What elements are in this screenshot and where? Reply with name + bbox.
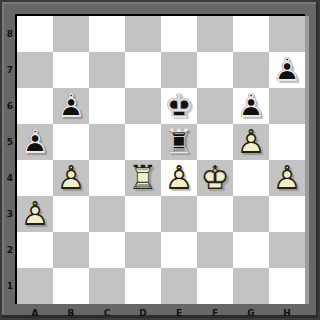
square-a5[interactable]: ♟♙: [17, 124, 53, 160]
square-d8[interactable]: [125, 16, 161, 52]
square-c4[interactable]: [89, 160, 125, 196]
square-f3[interactable]: [197, 196, 233, 232]
piece-white-pawn[interactable]: ♟♙: [17, 196, 53, 232]
square-d1[interactable]: [125, 268, 161, 304]
square-g7[interactable]: [233, 52, 269, 88]
black-pawn-glyph-outline: ♙: [233, 88, 269, 124]
piece-black-rook[interactable]: ♜♖: [161, 124, 197, 160]
square-b2[interactable]: [53, 232, 89, 268]
square-g8[interactable]: [233, 16, 269, 52]
white-pawn-glyph-outline: ♙: [17, 196, 53, 232]
square-f5[interactable]: [197, 124, 233, 160]
rank-label-4: 4: [4, 160, 16, 196]
square-d6[interactable]: [125, 88, 161, 124]
board: ♟♙♟♙♚♔♟♙♟♙♜♖♟♙♟♙♜♖♟♙♚♔♟♙♟♙: [17, 16, 305, 304]
file-label-C: C: [89, 304, 125, 320]
square-h5[interactable]: [269, 124, 305, 160]
square-f4[interactable]: ♚♔: [197, 160, 233, 196]
square-g6[interactable]: ♟♙: [233, 88, 269, 124]
white-pawn-glyph-fill: ♟: [269, 160, 305, 196]
square-d3[interactable]: [125, 196, 161, 232]
file-label-B: B: [53, 304, 89, 320]
black-rook-glyph-fill: ♜: [161, 124, 197, 160]
square-h2[interactable]: [269, 232, 305, 268]
square-a6[interactable]: [17, 88, 53, 124]
rank-label-5: 5: [4, 124, 16, 160]
square-e8[interactable]: [161, 16, 197, 52]
square-d5[interactable]: [125, 124, 161, 160]
square-a7[interactable]: [17, 52, 53, 88]
black-pawn-glyph-outline: ♙: [269, 52, 305, 88]
square-c5[interactable]: [89, 124, 125, 160]
file-label-A: A: [17, 304, 53, 320]
square-f7[interactable]: [197, 52, 233, 88]
piece-black-pawn[interactable]: ♟♙: [233, 88, 269, 124]
square-g4[interactable]: [233, 160, 269, 196]
white-pawn-glyph-outline: ♙: [233, 124, 269, 160]
white-pawn-glyph-outline: ♙: [53, 160, 89, 196]
rank-label-3: 3: [4, 196, 16, 232]
square-b1[interactable]: [53, 268, 89, 304]
square-d2[interactable]: [125, 232, 161, 268]
square-b7[interactable]: [53, 52, 89, 88]
black-pawn-glyph-fill: ♟: [269, 52, 305, 88]
black-pawn-glyph-fill: ♟: [17, 124, 53, 160]
rank-label-7: 7: [4, 52, 16, 88]
white-rook-glyph-fill: ♜: [125, 160, 161, 196]
rank-label-2: 2: [4, 232, 16, 268]
black-pawn-glyph-outline: ♙: [17, 124, 53, 160]
piece-black-pawn[interactable]: ♟♙: [269, 52, 305, 88]
piece-black-king[interactable]: ♚♔: [161, 88, 197, 124]
square-d7[interactable]: [125, 52, 161, 88]
black-king-glyph-fill: ♚: [161, 88, 197, 124]
square-c8[interactable]: [89, 16, 125, 52]
piece-white-pawn[interactable]: ♟♙: [269, 160, 305, 196]
white-rook-glyph-outline: ♖: [125, 160, 161, 196]
square-a3[interactable]: ♟♙: [17, 196, 53, 232]
white-pawn-glyph-fill: ♟: [17, 196, 53, 232]
square-h6[interactable]: [269, 88, 305, 124]
square-c2[interactable]: [89, 232, 125, 268]
square-f8[interactable]: [197, 16, 233, 52]
square-b3[interactable]: [53, 196, 89, 232]
square-b4[interactable]: ♟♙: [53, 160, 89, 196]
rank-label-8: 8: [4, 16, 16, 52]
white-pawn-glyph-fill: ♟: [53, 160, 89, 196]
white-pawn-glyph-outline: ♙: [161, 160, 197, 196]
black-pawn-glyph-fill: ♟: [233, 88, 269, 124]
square-h4[interactable]: ♟♙: [269, 160, 305, 196]
file-label-H: H: [269, 304, 305, 320]
white-pawn-glyph-fill: ♟: [161, 160, 197, 196]
piece-white-pawn[interactable]: ♟♙: [233, 124, 269, 160]
square-e3[interactable]: [161, 196, 197, 232]
white-king-glyph-outline: ♔: [197, 160, 233, 196]
piece-white-king[interactable]: ♚♔: [197, 160, 233, 196]
square-b5[interactable]: [53, 124, 89, 160]
white-pawn-glyph-fill: ♟: [233, 124, 269, 160]
square-f6[interactable]: [197, 88, 233, 124]
square-c3[interactable]: [89, 196, 125, 232]
piece-white-rook[interactable]: ♜♖: [125, 160, 161, 196]
file-label-G: G: [233, 304, 269, 320]
black-pawn-glyph-outline: ♙: [53, 88, 89, 124]
square-e2[interactable]: [161, 232, 197, 268]
square-c7[interactable]: [89, 52, 125, 88]
square-h1[interactable]: [269, 268, 305, 304]
rank-label-1: 1: [4, 268, 16, 304]
square-c1[interactable]: [89, 268, 125, 304]
piece-white-pawn[interactable]: ♟♙: [53, 160, 89, 196]
black-rook-glyph-outline: ♖: [161, 124, 197, 160]
square-g5[interactable]: ♟♙: [233, 124, 269, 160]
square-e5[interactable]: ♜♖: [161, 124, 197, 160]
square-g1[interactable]: [233, 268, 269, 304]
square-f2[interactable]: [197, 232, 233, 268]
square-c6[interactable]: [89, 88, 125, 124]
rank-label-6: 6: [4, 88, 16, 124]
square-g2[interactable]: [233, 232, 269, 268]
piece-white-pawn[interactable]: ♟♙: [161, 160, 197, 196]
chess-board-frame: ♟♙♟♙♚♔♟♙♟♙♜♖♟♙♟♙♜♖♟♙♚♔♟♙♟♙ 87654321ABCDE…: [0, 0, 320, 320]
square-e4[interactable]: ♟♙: [161, 160, 197, 196]
file-label-D: D: [125, 304, 161, 320]
square-h3[interactable]: [269, 196, 305, 232]
square-e7[interactable]: [161, 52, 197, 88]
file-label-F: F: [197, 304, 233, 320]
square-a4[interactable]: [17, 160, 53, 196]
square-b6[interactable]: ♟♙: [53, 88, 89, 124]
square-g3[interactable]: [233, 196, 269, 232]
square-e1[interactable]: [161, 268, 197, 304]
white-pawn-glyph-outline: ♙: [269, 160, 305, 196]
square-e6[interactable]: ♚♔: [161, 88, 197, 124]
square-f1[interactable]: [197, 268, 233, 304]
piece-black-pawn[interactable]: ♟♙: [53, 88, 89, 124]
square-a2[interactable]: [17, 232, 53, 268]
square-h8[interactable]: [269, 16, 305, 52]
square-h7[interactable]: ♟♙: [269, 52, 305, 88]
file-label-E: E: [161, 304, 197, 320]
black-pawn-glyph-fill: ♟: [53, 88, 89, 124]
piece-black-pawn[interactable]: ♟♙: [17, 124, 53, 160]
white-king-glyph-fill: ♚: [197, 160, 233, 196]
square-a1[interactable]: [17, 268, 53, 304]
black-king-glyph-outline: ♔: [161, 88, 197, 124]
square-b8[interactable]: [53, 16, 89, 52]
square-d4[interactable]: ♜♖: [125, 160, 161, 196]
square-a8[interactable]: [17, 16, 53, 52]
